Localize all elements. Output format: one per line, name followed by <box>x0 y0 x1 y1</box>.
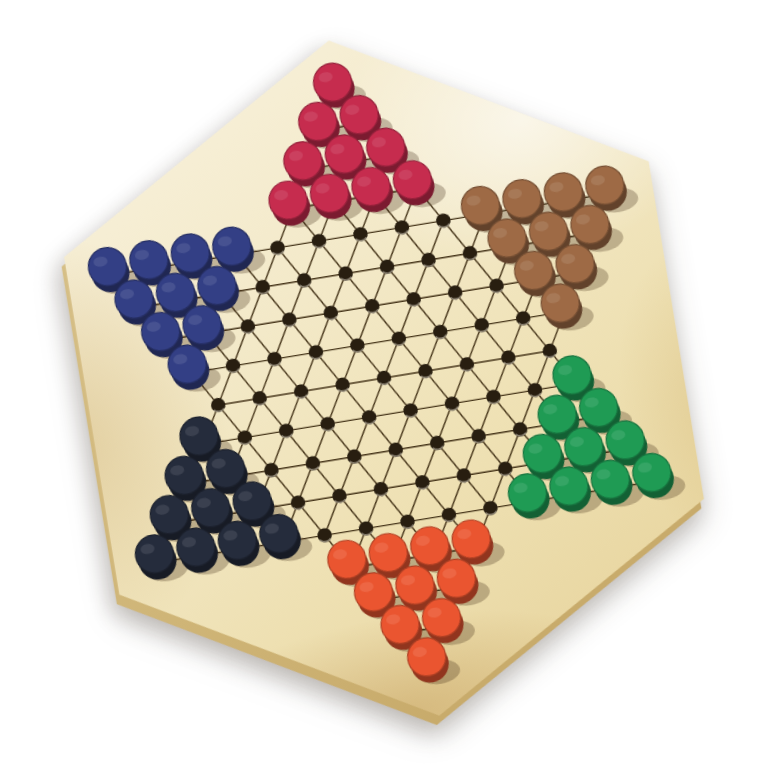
hole-r11-c8[interactable] <box>497 461 514 478</box>
hole-r8-c8[interactable] <box>542 343 559 360</box>
hole-r4-c8[interactable] <box>435 212 452 229</box>
hole-r10-c4[interactable] <box>346 448 363 465</box>
hole-r9-c5[interactable] <box>402 402 419 419</box>
hole-r6-c5[interactable] <box>364 298 381 315</box>
hole-r10-c3[interactable] <box>305 455 322 472</box>
board-lattice <box>0 0 776 771</box>
hole-r8-c1[interactable] <box>251 390 268 407</box>
hole-r6-c4[interactable] <box>323 305 340 322</box>
board-photo <box>0 0 776 774</box>
hole-r10-c8[interactable] <box>512 421 529 438</box>
hole-r5-c5[interactable] <box>337 265 354 282</box>
hole-r6-c3[interactable] <box>281 311 298 328</box>
hole-r12-c6[interactable] <box>399 513 416 530</box>
hole-r10-c5[interactable] <box>387 442 404 459</box>
hole-r7-c8[interactable] <box>515 310 532 327</box>
hole-r5-c4[interactable] <box>296 272 313 289</box>
hole-r11-c4[interactable] <box>331 488 348 505</box>
hole-r12-c5[interactable] <box>358 520 375 537</box>
hole-r11-c5[interactable] <box>373 481 390 498</box>
hole-r8-c7[interactable] <box>500 349 517 366</box>
hole-r8-c3[interactable] <box>334 377 351 394</box>
hole-r7-c2[interactable] <box>266 351 283 368</box>
hole-r7-c5[interactable] <box>391 330 408 347</box>
hole-r5-c8[interactable] <box>462 245 479 262</box>
hole-r8-c2[interactable] <box>293 383 310 400</box>
hole-r9-c3[interactable] <box>319 416 336 433</box>
hole-r8-c4[interactable] <box>376 370 393 387</box>
hole-r4-c4[interactable] <box>269 240 286 257</box>
hole-r7-c4[interactable] <box>349 337 366 354</box>
hole-r8-c5[interactable] <box>417 363 434 380</box>
hole-r12-c8[interactable] <box>482 500 499 517</box>
hole-r5-c6[interactable] <box>379 259 396 276</box>
hole-r8-c0[interactable] <box>210 397 227 414</box>
board-face <box>0 0 776 771</box>
hole-r5-c3[interactable] <box>254 279 271 296</box>
hole-r10-c6[interactable] <box>429 435 446 452</box>
hole-r11-c3[interactable] <box>290 494 307 511</box>
hole-r6-c6[interactable] <box>405 291 422 308</box>
hole-r12-c7[interactable] <box>441 507 458 524</box>
hole-r7-c6[interactable] <box>432 324 449 341</box>
hole-r12-c4[interactable] <box>316 527 333 544</box>
hole-r9-c8[interactable] <box>527 382 544 399</box>
hole-r6-c7[interactable] <box>447 284 464 301</box>
hole-r6-c2[interactable] <box>240 318 257 335</box>
hole-r11-c6[interactable] <box>414 474 431 491</box>
hole-r9-c2[interactable] <box>278 423 295 440</box>
hole-r4-c5[interactable] <box>311 233 328 250</box>
hole-r9-c6[interactable] <box>444 395 461 412</box>
hole-r7-c7[interactable] <box>473 317 490 334</box>
hole-r9-c4[interactable] <box>361 409 378 426</box>
hole-r10-c2[interactable] <box>263 462 280 479</box>
hole-r10-c7[interactable] <box>470 428 487 445</box>
hole-r9-c7[interactable] <box>485 389 502 406</box>
hole-r4-c7[interactable] <box>394 219 411 236</box>
board-rotated-wrapper <box>0 0 776 771</box>
hole-r6-c8[interactable] <box>488 278 505 295</box>
hole-r9-c1[interactable] <box>237 429 254 446</box>
hole-r11-c7[interactable] <box>456 467 473 484</box>
hole-r7-c3[interactable] <box>308 344 325 361</box>
hole-r7-c1[interactable] <box>225 358 242 375</box>
hole-r8-c6[interactable] <box>459 356 476 373</box>
hole-r5-c7[interactable] <box>420 252 437 269</box>
hole-r4-c6[interactable] <box>352 226 369 243</box>
